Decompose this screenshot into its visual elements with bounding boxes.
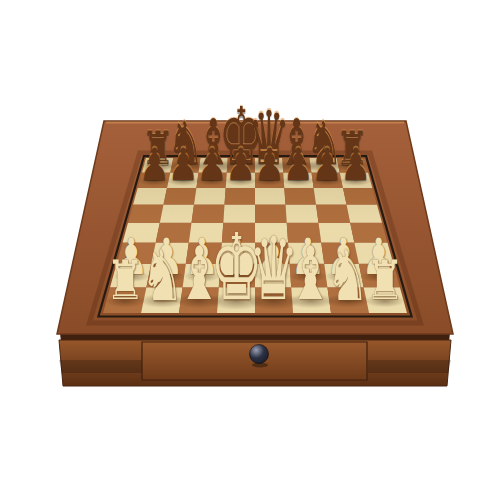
piece-light-rook-h1[interactable]: ♜ [365, 254, 404, 308]
square-g5[interactable] [316, 205, 350, 223]
square-b5[interactable] [160, 205, 194, 223]
square-c6[interactable] [194, 188, 226, 205]
square-g6[interactable] [314, 188, 347, 205]
piece-dark-pawn-c7[interactable]: ♟ [196, 142, 227, 187]
square-f6[interactable] [284, 188, 316, 205]
square-e6[interactable] [255, 188, 286, 205]
square-h6[interactable] [343, 188, 377, 205]
piece-dark-pawn-a7[interactable]: ♟ [139, 142, 170, 187]
piece-dark-pawn-b7[interactable]: ♟ [168, 142, 199, 187]
base-molding-right [368, 360, 451, 373]
piece-dark-pawn-f7[interactable]: ♟ [283, 142, 314, 187]
square-h5[interactable] [347, 205, 383, 223]
square-a6[interactable] [133, 188, 167, 205]
square-a5[interactable] [128, 205, 164, 223]
piece-light-knight-g1[interactable]: ♞ [326, 240, 369, 310]
chess-set-photo: ♜♞♝♚♛♝♞♜♟♟♟♟♟♟♟♟♟♟♟♟♟♟♟♟♜♞♝♚♛♝♞♜ [0, 0, 500, 500]
piece-dark-pawn-e7[interactable]: ♟ [254, 142, 285, 187]
drawer-knob[interactable] [250, 345, 269, 364]
base-molding-left [59, 360, 142, 373]
square-b6[interactable] [164, 188, 197, 205]
piece-dark-pawn-h7[interactable]: ♟ [340, 142, 371, 187]
square-d6[interactable] [225, 188, 256, 205]
piece-light-rook-a1[interactable]: ♜ [106, 254, 145, 308]
piece-dark-pawn-d7[interactable]: ♟ [225, 142, 256, 187]
piece-dark-pawn-g7[interactable]: ♟ [312, 142, 343, 187]
